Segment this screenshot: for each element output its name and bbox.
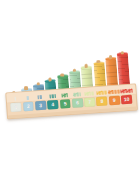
- tile-number-label: 7: [88, 100, 91, 105]
- tile-number-label: 3: [39, 103, 42, 108]
- tile-number-label: 9: [113, 98, 116, 103]
- number-tile-3: 3: [35, 101, 46, 110]
- peg-tip-7: [85, 64, 89, 68]
- number-tile-5: 5: [59, 99, 70, 108]
- peg-tip-8: [97, 60, 101, 64]
- number-tile-7: 7: [84, 98, 95, 107]
- counting-board-toy: 12345678910: [3, 46, 138, 127]
- product-photo-counting-toy: 12345678910: [0, 0, 140, 187]
- peg-tip-2: [24, 86, 28, 90]
- number-tile-1: 1: [10, 103, 21, 112]
- tile-number-label: 4: [51, 102, 54, 107]
- ring-stacks: [3, 46, 133, 55]
- peg-tip-9: [109, 55, 113, 59]
- tile-number-label: 5: [64, 101, 67, 106]
- number-tile-8: 8: [96, 97, 107, 106]
- number-tile-6: 6: [72, 98, 83, 107]
- tile-number-label: 6: [76, 100, 79, 105]
- number-tile-10: 10: [121, 95, 132, 104]
- peg-tip-3: [36, 82, 40, 86]
- number-tile-4: 4: [47, 100, 58, 109]
- number-tile-2: 2: [23, 102, 34, 111]
- number-tile-9: 9: [109, 96, 120, 105]
- peg-tip-10: [121, 51, 125, 55]
- peg-tip-5: [60, 73, 64, 77]
- tile-number-label: 1: [14, 105, 17, 110]
- peg-tip-4: [48, 77, 52, 81]
- tile-number-label: 8: [101, 99, 104, 104]
- tile-number-label: 2: [27, 104, 30, 109]
- tile-number-label: 10: [124, 97, 130, 102]
